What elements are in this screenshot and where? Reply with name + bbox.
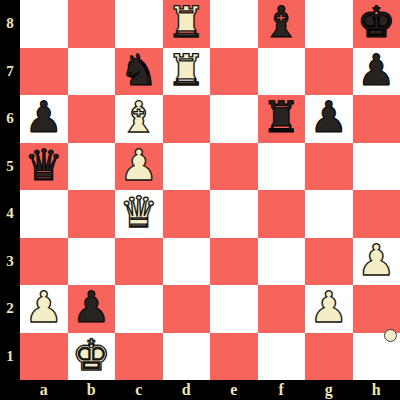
white-to-move-indicator [384, 329, 397, 342]
square-d6[interactable] [163, 95, 211, 143]
piece-black-knight[interactable]: ♞ [119, 48, 158, 95]
piece-black-rook[interactable]: ♜ [262, 95, 301, 142]
piece-white-rook[interactable]: ♜ [167, 48, 206, 95]
rank-label-4: 4 [0, 190, 20, 238]
square-c8[interactable] [115, 0, 163, 48]
file-label-e: e [210, 380, 258, 400]
square-c6[interactable]: ♝ [115, 95, 163, 143]
rank-label-3: 3 [0, 238, 20, 286]
piece-white-pawn[interactable]: ♟ [309, 285, 348, 332]
square-d2[interactable] [163, 285, 211, 333]
piece-black-queen[interactable]: ♛ [24, 143, 63, 190]
chess-board: ♜♝♚♞♜♟♟♝♜♟♛♟♛♟♟♟♟♚ [20, 0, 400, 380]
square-f5[interactable] [258, 143, 306, 191]
piece-black-bishop[interactable]: ♝ [262, 0, 301, 47]
square-d3[interactable] [163, 238, 211, 286]
square-h2[interactable] [353, 285, 400, 333]
square-f2[interactable] [258, 285, 306, 333]
square-g4[interactable] [305, 190, 353, 238]
file-label-d: d [163, 380, 211, 400]
square-d7[interactable]: ♜ [163, 48, 211, 96]
file-label-g: g [305, 380, 353, 400]
rank-label-7: 7 [0, 48, 20, 96]
square-e4[interactable] [210, 190, 258, 238]
square-f1[interactable] [258, 333, 306, 381]
piece-white-pawn[interactable]: ♟ [357, 238, 396, 285]
square-h5[interactable] [353, 143, 400, 191]
rank-label-8: 8 [0, 0, 20, 48]
square-c5[interactable]: ♟ [115, 143, 163, 191]
square-g8[interactable] [305, 0, 353, 48]
file-labels: abcdefgh [0, 380, 400, 400]
square-d1[interactable] [163, 333, 211, 381]
square-h4[interactable] [353, 190, 400, 238]
square-h6[interactable] [353, 95, 400, 143]
square-d4[interactable] [163, 190, 211, 238]
square-f3[interactable] [258, 238, 306, 286]
square-c1[interactable] [115, 333, 163, 381]
square-e7[interactable] [210, 48, 258, 96]
square-f8[interactable]: ♝ [258, 0, 306, 48]
file-label-a: a [20, 380, 68, 400]
square-h8[interactable]: ♚ [353, 0, 400, 48]
piece-white-pawn[interactable]: ♟ [119, 143, 158, 190]
square-e1[interactable] [210, 333, 258, 381]
square-f7[interactable] [258, 48, 306, 96]
square-b6[interactable] [68, 95, 116, 143]
square-f4[interactable] [258, 190, 306, 238]
square-e6[interactable] [210, 95, 258, 143]
square-b4[interactable] [68, 190, 116, 238]
rank-label-5: 5 [0, 143, 20, 191]
square-e2[interactable] [210, 285, 258, 333]
piece-white-king[interactable]: ♚ [72, 333, 111, 380]
file-label-f: f [258, 380, 306, 400]
square-a7[interactable] [20, 48, 68, 96]
piece-black-king[interactable]: ♚ [357, 0, 396, 47]
square-f6[interactable]: ♜ [258, 95, 306, 143]
square-g3[interactable] [305, 238, 353, 286]
rank-label-6: 6 [0, 95, 20, 143]
square-d8[interactable]: ♜ [163, 0, 211, 48]
rank-label-2: 2 [0, 285, 20, 333]
piece-black-pawn[interactable]: ♟ [309, 95, 348, 142]
piece-white-queen[interactable]: ♛ [119, 190, 158, 237]
square-d5[interactable] [163, 143, 211, 191]
square-e8[interactable] [210, 0, 258, 48]
square-h7[interactable]: ♟ [353, 48, 400, 96]
piece-white-rook[interactable]: ♜ [167, 0, 206, 47]
rank-label-1: 1 [0, 333, 20, 381]
square-c7[interactable]: ♞ [115, 48, 163, 96]
square-a3[interactable] [20, 238, 68, 286]
piece-white-bishop[interactable]: ♝ [119, 95, 158, 142]
square-a4[interactable] [20, 190, 68, 238]
piece-black-pawn[interactable]: ♟ [357, 48, 396, 95]
square-g5[interactable] [305, 143, 353, 191]
file-label-c: c [115, 380, 163, 400]
square-a6[interactable]: ♟ [20, 95, 68, 143]
file-label-b: b [68, 380, 116, 400]
square-g1[interactable] [305, 333, 353, 381]
square-a8[interactable] [20, 0, 68, 48]
square-b3[interactable] [68, 238, 116, 286]
square-c2[interactable] [115, 285, 163, 333]
square-e5[interactable] [210, 143, 258, 191]
piece-black-pawn[interactable]: ♟ [24, 95, 63, 142]
square-b5[interactable] [68, 143, 116, 191]
file-label-h: h [353, 380, 400, 400]
square-b8[interactable] [68, 0, 116, 48]
square-b1[interactable]: ♚ [68, 333, 116, 381]
square-e3[interactable] [210, 238, 258, 286]
square-b7[interactable] [68, 48, 116, 96]
chessboard-diagram: 87654321 ♜♝♚♞♜♟♟♝♜♟♛♟♛♟♟♟♟♚ abcdefgh [0, 0, 400, 400]
square-g2[interactable]: ♟ [305, 285, 353, 333]
piece-black-pawn[interactable]: ♟ [72, 285, 111, 332]
square-c3[interactable] [115, 238, 163, 286]
square-a2[interactable]: ♟ [20, 285, 68, 333]
square-a1[interactable] [20, 333, 68, 381]
square-h3[interactable]: ♟ [353, 238, 400, 286]
square-g6[interactable]: ♟ [305, 95, 353, 143]
square-c4[interactable]: ♛ [115, 190, 163, 238]
square-a5[interactable]: ♛ [20, 143, 68, 191]
piece-white-pawn[interactable]: ♟ [24, 285, 63, 332]
square-b2[interactable]: ♟ [68, 285, 116, 333]
square-g7[interactable] [305, 48, 353, 96]
rank-labels: 87654321 [0, 0, 20, 380]
